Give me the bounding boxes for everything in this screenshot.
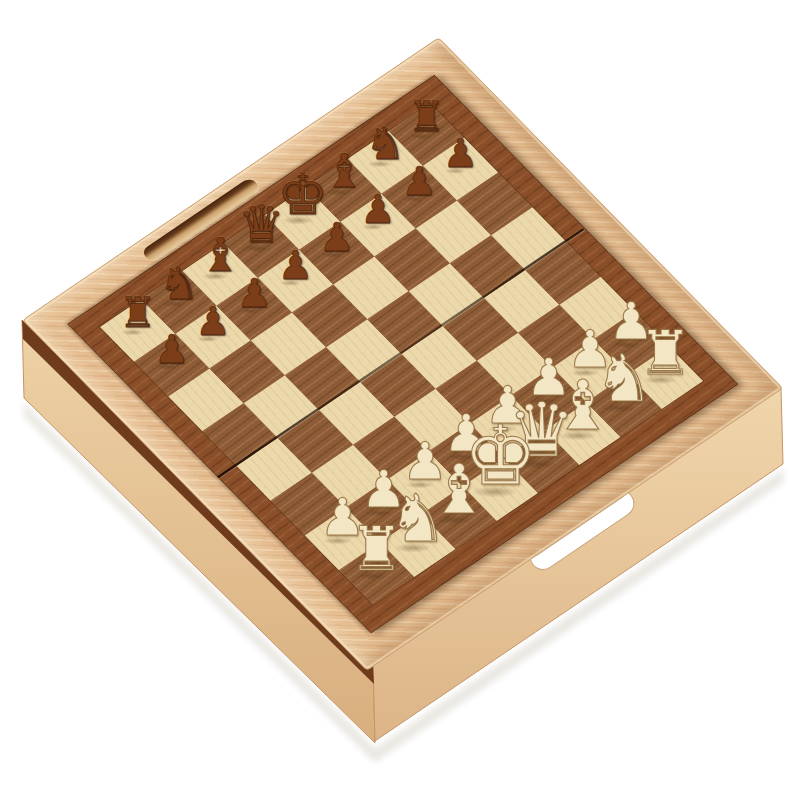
chess-set-photo: ♜♞♝♛♚♝♞♜♟♟♟♟♟♟♟♟♟♟♟♟♟♟♟♟♜♞♝♚♛♝♞♜ — [0, 0, 800, 800]
